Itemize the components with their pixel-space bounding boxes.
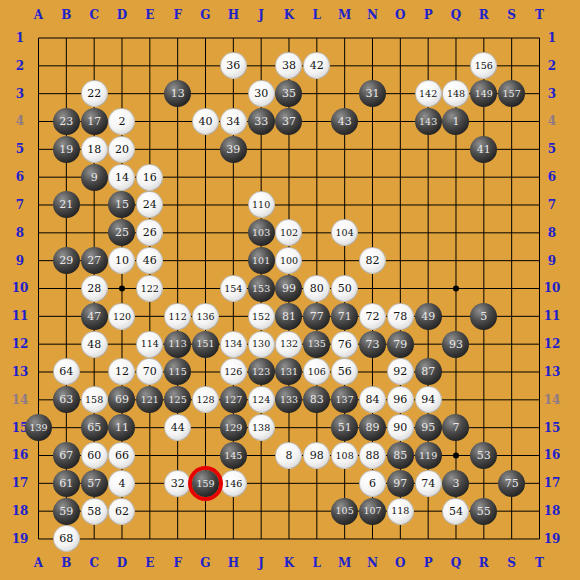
move-number: 63	[59, 394, 73, 405]
stone-J9: 101	[248, 247, 275, 274]
row-label-right-10: 10	[544, 281, 561, 295]
move-number: 77	[310, 311, 324, 322]
stone-C10: 28	[81, 275, 108, 302]
row-label-right-17: 17	[544, 476, 561, 490]
col-label-top-F: F	[173, 8, 182, 22]
col-label-top-D: D	[117, 8, 127, 22]
col-label-bottom-H: H	[228, 556, 239, 570]
move-number: 24	[143, 199, 157, 210]
move-number: 156	[475, 61, 493, 71]
stone-N16: 88	[359, 442, 386, 469]
move-number: 69	[115, 394, 129, 405]
stone-L12: 135	[303, 331, 330, 358]
move-number: 96	[393, 394, 407, 405]
move-number: 44	[171, 422, 185, 433]
move-number: 158	[85, 395, 103, 405]
move-number: 126	[224, 367, 242, 377]
stone-E6: 16	[136, 164, 163, 191]
stone-L11: 77	[303, 303, 330, 330]
row-label-right-19: 19	[544, 532, 561, 546]
move-number: 4	[118, 478, 125, 489]
stone-J4: 33	[248, 108, 275, 135]
stone-S17: 75	[498, 470, 525, 497]
row-label-right-13: 13	[544, 365, 561, 379]
col-label-top-J: J	[258, 8, 264, 22]
row-label-right-11: 11	[544, 309, 561, 323]
stone-J3: 30	[248, 80, 275, 107]
col-label-bottom-B: B	[61, 556, 71, 570]
move-number: 31	[365, 88, 379, 99]
row-label-right-1: 1	[548, 31, 556, 45]
row-label-left-2: 2	[16, 59, 24, 73]
move-number: 79	[393, 339, 407, 350]
move-number: 75	[505, 478, 519, 489]
row-label-left-14: 14	[12, 393, 29, 407]
col-label-bottom-T: T	[535, 556, 544, 570]
move-number: 135	[308, 339, 326, 349]
stone-D18: 62	[108, 498, 135, 525]
stone-J11: 152	[248, 303, 275, 330]
move-number: 50	[338, 283, 352, 294]
stone-P3: 142	[415, 80, 442, 107]
move-number: 90	[393, 422, 407, 433]
move-number: 108	[336, 451, 354, 461]
stone-H15: 129	[220, 414, 247, 441]
stone-C12: 48	[81, 331, 108, 358]
stone-C18: 58	[81, 498, 108, 525]
stone-F12: 113	[164, 331, 191, 358]
stone-J10: 153	[248, 275, 275, 302]
move-number: 39	[226, 144, 240, 155]
col-label-top-K: K	[284, 8, 294, 22]
row-label-right-5: 5	[548, 142, 556, 156]
stone-G4: 40	[192, 108, 219, 135]
move-number: 67	[59, 450, 73, 461]
move-number: 127	[224, 395, 242, 405]
stone-C3: 22	[81, 80, 108, 107]
move-number: 10	[115, 255, 129, 266]
stone-O17: 97	[387, 470, 414, 497]
move-number: 5	[480, 311, 487, 322]
row-label-right-3: 3	[548, 87, 556, 101]
move-number: 136	[196, 312, 214, 322]
move-number: 59	[59, 506, 73, 517]
move-number: 47	[87, 311, 101, 322]
move-number: 55	[477, 506, 491, 517]
move-number: 74	[421, 478, 435, 489]
stone-H5: 39	[220, 136, 247, 163]
move-number: 22	[87, 88, 101, 99]
move-number: 152	[252, 312, 270, 322]
move-number: 12	[115, 366, 129, 377]
move-number: 88	[365, 450, 379, 461]
stone-G12: 151	[192, 331, 219, 358]
move-number: 11	[115, 422, 129, 433]
row-label-left-12: 12	[12, 337, 29, 351]
move-number: 38	[282, 60, 296, 71]
col-label-bottom-G: G	[200, 556, 210, 570]
move-number: 99	[282, 283, 296, 294]
stone-P17: 74	[415, 470, 442, 497]
col-label-top-M: M	[338, 8, 351, 22]
col-label-top-A: A	[34, 8, 43, 22]
stone-O12: 79	[387, 331, 414, 358]
move-number: 36	[226, 60, 240, 71]
stone-C9: 27	[81, 247, 108, 274]
move-number: 104	[336, 228, 354, 238]
move-number: 87	[421, 366, 435, 377]
move-number: 129	[224, 423, 242, 433]
move-number: 97	[393, 478, 407, 489]
move-number: 128	[196, 395, 214, 405]
move-number: 80	[310, 283, 324, 294]
col-label-bottom-J: J	[258, 556, 264, 570]
move-number: 40	[198, 116, 212, 127]
move-number: 70	[143, 366, 157, 377]
col-label-top-C: C	[89, 8, 99, 22]
move-number: 105	[336, 506, 354, 516]
row-label-right-8: 8	[548, 226, 556, 240]
move-number: 106	[308, 367, 326, 377]
move-number: 16	[143, 172, 157, 183]
move-number: 134	[224, 339, 242, 349]
move-number: 76	[338, 339, 352, 350]
go-board[interactable]: AABBCCDDEEFFGGHHJJKKLLMMNNOOPPQQRRSSTT11…	[0, 0, 580, 580]
stone-P11: 49	[415, 303, 442, 330]
row-label-left-1: 1	[16, 31, 24, 45]
move-number: 49	[421, 311, 435, 322]
row-label-left-5: 5	[16, 142, 24, 156]
stone-C11: 47	[81, 303, 108, 330]
row-label-left-19: 19	[12, 532, 29, 546]
col-label-bottom-E: E	[145, 556, 154, 570]
move-number: 8	[285, 450, 292, 461]
col-label-top-P: P	[424, 8, 433, 22]
row-label-left-4: 4	[16, 114, 24, 128]
move-number: 57	[87, 478, 101, 489]
stone-C17: 57	[81, 470, 108, 497]
stone-H12: 134	[220, 331, 247, 358]
stone-H16: 145	[220, 442, 247, 469]
move-number: 6	[369, 478, 376, 489]
move-number: 41	[477, 144, 491, 155]
move-number: 131	[280, 367, 298, 377]
move-number: 56	[338, 366, 352, 377]
move-number: 113	[169, 339, 187, 349]
move-number: 121	[141, 395, 159, 405]
col-label-top-L: L	[313, 8, 321, 22]
col-label-bottom-N: N	[367, 556, 378, 570]
move-number: 3	[452, 478, 459, 489]
stone-G11: 136	[192, 303, 219, 330]
move-number: 46	[143, 255, 157, 266]
col-label-top-Q: Q	[451, 8, 461, 22]
stone-M16: 108	[331, 442, 358, 469]
row-label-left-10: 10	[12, 281, 29, 295]
row-label-left-3: 3	[16, 87, 24, 101]
move-number: 32	[171, 478, 185, 489]
stone-P14: 94	[415, 386, 442, 413]
stone-O11: 78	[387, 303, 414, 330]
move-number: 20	[115, 144, 129, 155]
stone-H4: 34	[220, 108, 247, 135]
move-number: 64	[59, 366, 73, 377]
move-number: 95	[421, 422, 435, 433]
move-number: 159	[196, 479, 214, 489]
row-label-right-4: 4	[548, 114, 556, 128]
move-number: 72	[365, 311, 379, 322]
move-number: 92	[393, 366, 407, 377]
move-number: 42	[310, 60, 324, 71]
move-number: 124	[252, 395, 270, 405]
stone-O18: 118	[387, 498, 414, 525]
move-number: 123	[252, 367, 270, 377]
stone-B18: 59	[53, 498, 80, 525]
row-label-left-13: 13	[12, 365, 29, 379]
col-label-bottom-P: P	[424, 556, 433, 570]
move-number: 93	[449, 339, 463, 350]
row-label-left-17: 17	[12, 476, 29, 490]
stone-H17: 146	[220, 470, 247, 497]
row-label-left-18: 18	[12, 504, 29, 518]
stone-D6: 14	[108, 164, 135, 191]
row-label-left-16: 16	[12, 448, 29, 462]
stone-F11: 112	[164, 303, 191, 330]
move-number: 19	[59, 144, 73, 155]
move-number: 85	[393, 450, 407, 461]
stone-C5: 18	[81, 136, 108, 163]
move-number: 14	[115, 172, 129, 183]
stone-P4: 143	[415, 108, 442, 135]
col-label-top-H: H	[228, 8, 239, 22]
star-point-D10	[119, 285, 125, 291]
stone-C4: 17	[81, 108, 108, 135]
col-label-bottom-Q: Q	[451, 556, 461, 570]
stone-F17: 32	[164, 470, 191, 497]
col-label-bottom-A: A	[34, 556, 43, 570]
move-number: 27	[87, 255, 101, 266]
col-label-top-R: R	[479, 8, 489, 22]
stone-C16: 60	[81, 442, 108, 469]
stone-G17-last-move: 159	[192, 470, 219, 497]
col-label-top-G: G	[200, 8, 210, 22]
col-label-bottom-F: F	[173, 556, 182, 570]
stone-O16: 85	[387, 442, 414, 469]
move-number: 82	[365, 255, 379, 266]
move-number: 26	[143, 227, 157, 238]
move-number: 68	[59, 533, 73, 544]
col-label-top-O: O	[395, 8, 405, 22]
move-number: 25	[115, 227, 129, 238]
stone-C6: 9	[81, 164, 108, 191]
move-number: 58	[87, 506, 101, 517]
stone-K12: 132	[275, 331, 302, 358]
move-number: 103	[252, 228, 270, 238]
row-label-left-7: 7	[16, 198, 24, 212]
col-label-top-S: S	[507, 8, 516, 22]
move-number: 35	[282, 88, 296, 99]
row-label-left-6: 6	[16, 170, 24, 184]
move-number: 119	[419, 451, 437, 461]
stone-N15: 89	[359, 414, 386, 441]
move-number: 145	[224, 451, 242, 461]
stone-N18: 107	[359, 498, 386, 525]
move-number: 83	[310, 394, 324, 405]
move-number: 28	[87, 283, 101, 294]
stone-H10: 154	[220, 275, 247, 302]
move-number: 81	[282, 311, 296, 322]
move-number: 157	[503, 89, 521, 99]
move-number: 115	[169, 367, 187, 377]
row-label-left-11: 11	[12, 309, 29, 323]
move-number: 110	[252, 200, 270, 210]
stone-N11: 72	[359, 303, 386, 330]
move-number: 146	[224, 479, 242, 489]
move-number: 54	[449, 506, 463, 517]
move-number: 78	[393, 311, 407, 322]
col-label-bottom-D: D	[117, 556, 127, 570]
stone-J13: 123	[248, 358, 275, 385]
move-number: 34	[226, 116, 240, 127]
stone-B9: 29	[53, 247, 80, 274]
stone-J12: 130	[248, 331, 275, 358]
stone-N17: 6	[359, 470, 386, 497]
move-number: 143	[419, 117, 437, 127]
move-number: 112	[169, 312, 187, 322]
move-number: 84	[365, 394, 379, 405]
stone-M11: 71	[331, 303, 358, 330]
stone-B5: 19	[53, 136, 80, 163]
stone-J15: 138	[248, 414, 275, 441]
move-number: 21	[59, 199, 73, 210]
col-label-bottom-K: K	[284, 556, 294, 570]
move-number: 98	[310, 450, 324, 461]
stone-Q12: 93	[442, 331, 469, 358]
move-number: 29	[59, 255, 73, 266]
move-number: 133	[280, 395, 298, 405]
move-number: 7	[452, 422, 459, 433]
stone-M18: 105	[331, 498, 358, 525]
row-label-right-14: 14	[544, 393, 561, 407]
stone-P13: 87	[415, 358, 442, 385]
move-number: 65	[87, 422, 101, 433]
move-number: 17	[87, 116, 101, 127]
stone-B16: 67	[53, 442, 80, 469]
move-number: 43	[338, 116, 352, 127]
stone-O15: 90	[387, 414, 414, 441]
col-label-top-B: B	[61, 8, 71, 22]
col-label-bottom-S: S	[507, 556, 516, 570]
move-number: 48	[87, 339, 101, 350]
move-number: 142	[419, 89, 437, 99]
stone-N12: 73	[359, 331, 386, 358]
move-number: 100	[280, 256, 298, 266]
move-number: 23	[59, 116, 73, 127]
col-label-bottom-M: M	[338, 556, 351, 570]
col-label-top-E: E	[145, 8, 154, 22]
stone-C14: 158	[81, 386, 108, 413]
row-label-left-8: 8	[16, 226, 24, 240]
move-number: 1	[452, 116, 459, 127]
move-number: 132	[280, 339, 298, 349]
move-number: 151	[196, 339, 214, 349]
stone-E12: 114	[136, 331, 163, 358]
move-number: 114	[141, 339, 159, 349]
move-number: 51	[338, 422, 352, 433]
move-number: 154	[224, 284, 242, 294]
row-label-right-9: 9	[548, 254, 556, 268]
stone-J8: 103	[248, 219, 275, 246]
move-number: 94	[421, 394, 435, 405]
stone-B14: 63	[53, 386, 80, 413]
move-number: 9	[91, 172, 98, 183]
stone-H14: 127	[220, 386, 247, 413]
move-number: 62	[115, 506, 129, 517]
move-number: 122	[141, 284, 159, 294]
row-label-left-9: 9	[16, 254, 24, 268]
move-number: 13	[171, 88, 185, 99]
stone-J7: 110	[248, 191, 275, 218]
col-label-bottom-L: L	[313, 556, 321, 570]
move-number: 33	[254, 116, 268, 127]
move-number: 102	[280, 228, 298, 238]
move-number: 137	[336, 395, 354, 405]
stone-M12: 76	[331, 331, 358, 358]
move-number: 37	[282, 116, 296, 127]
stone-O14: 96	[387, 386, 414, 413]
row-label-right-2: 2	[548, 59, 556, 73]
stone-N9: 82	[359, 247, 386, 274]
stone-J14: 124	[248, 386, 275, 413]
move-number: 66	[115, 450, 129, 461]
move-number: 139	[29, 423, 47, 433]
move-number: 71	[338, 311, 352, 322]
move-number: 30	[254, 88, 268, 99]
col-label-bottom-O: O	[395, 556, 405, 570]
move-number: 15	[115, 199, 129, 210]
move-number: 153	[252, 284, 270, 294]
move-number: 130	[252, 339, 270, 349]
stone-M10: 50	[331, 275, 358, 302]
stone-A15: 139	[25, 414, 52, 441]
row-label-right-7: 7	[548, 198, 556, 212]
move-number: 120	[113, 312, 131, 322]
move-number: 138	[252, 423, 270, 433]
stone-R11: 5	[470, 303, 497, 330]
row-label-right-12: 12	[544, 337, 561, 351]
move-number: 89	[365, 422, 379, 433]
star-point-Q16	[453, 452, 459, 458]
move-number: 118	[391, 506, 409, 516]
move-number: 101	[252, 256, 270, 266]
stone-M4: 43	[331, 108, 358, 135]
move-number: 60	[87, 450, 101, 461]
stone-B17: 61	[53, 470, 80, 497]
move-number: 125	[169, 395, 187, 405]
stone-P16: 119	[415, 442, 442, 469]
move-number: 148	[447, 89, 465, 99]
move-number: 73	[365, 339, 379, 350]
stone-R5: 41	[470, 136, 497, 163]
stone-B4: 23	[53, 108, 80, 135]
col-label-bottom-C: C	[89, 556, 99, 570]
move-number: 18	[87, 144, 101, 155]
move-number: 2	[118, 116, 125, 127]
move-number: 61	[59, 478, 73, 489]
stone-Q18: 54	[442, 498, 469, 525]
stone-H2: 36	[220, 52, 247, 79]
col-label-top-T: T	[535, 8, 544, 22]
